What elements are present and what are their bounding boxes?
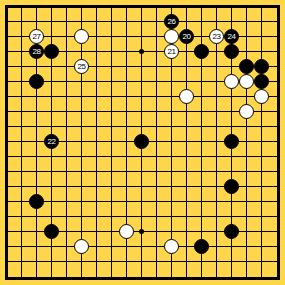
stone-white-C17: 27: [29, 29, 44, 44]
stone-black-M18: 26: [164, 14, 179, 29]
grid-line-horizontal: [6, 246, 279, 247]
stone-white-F3: [74, 239, 89, 254]
stone-white-P17: 23: [209, 29, 224, 44]
stone-black-C14: [29, 74, 44, 89]
go-board[interactable]: 262024282227232125: [0, 0, 285, 285]
stone-black-N17: 20: [179, 29, 194, 44]
stone-white-F17: [74, 29, 89, 44]
stone-white-J4: [119, 224, 134, 239]
stone-black-O16: [194, 44, 209, 59]
grid-line-horizontal: [6, 126, 279, 127]
stone-white-S13: [254, 89, 269, 104]
stone-black-Q10: [224, 134, 239, 149]
grid-line-horizontal: [6, 96, 279, 97]
stone-white-F15: 25: [74, 59, 89, 74]
stone-black-Q4: [224, 224, 239, 239]
stone-black-D16: [44, 44, 59, 59]
grid-line-vertical: [21, 6, 22, 279]
grid-line-vertical: [111, 6, 112, 279]
stone-black-O3: [194, 239, 209, 254]
stone-white-R12: [239, 104, 254, 119]
grid-line-horizontal: [6, 21, 279, 22]
stone-black-S15: [254, 59, 269, 74]
move-number-label: 27: [33, 33, 41, 41]
move-number-label: 28: [33, 48, 41, 56]
move-number-label: 24: [228, 33, 236, 41]
star-point: [139, 229, 144, 234]
stone-white-N13: [179, 89, 194, 104]
stone-white-M17: [164, 29, 179, 44]
move-number-label: 21: [168, 48, 176, 56]
grid-line-horizontal: [6, 156, 279, 157]
stone-white-M16: 21: [164, 44, 179, 59]
move-number-label: 20: [183, 33, 191, 41]
grid-line-horizontal: [6, 171, 279, 172]
grid-line-vertical: [261, 6, 262, 279]
stone-black-Q17: 24: [224, 29, 239, 44]
grid-line-horizontal: [6, 261, 279, 262]
move-number-label: 22: [48, 138, 56, 146]
move-number-label: 25: [78, 63, 86, 71]
grid-line-vertical: [246, 6, 247, 279]
stone-white-R14: [239, 74, 254, 89]
grid-line-vertical: [216, 6, 217, 279]
grid-line-horizontal: [6, 201, 279, 202]
move-number-label: 26: [168, 18, 176, 26]
grid-line-horizontal: [6, 216, 279, 217]
stone-black-K10: [134, 134, 149, 149]
stone-black-C6: [29, 194, 44, 209]
stone-black-D4: [44, 224, 59, 239]
stone-black-Q7: [224, 179, 239, 194]
stone-black-C16: 28: [29, 44, 44, 59]
stone-black-S14: [254, 74, 269, 89]
stone-white-Q14: [224, 74, 239, 89]
grid-line-vertical: [186, 6, 187, 279]
grid-line-vertical: [156, 6, 157, 279]
move-number-label: 23: [213, 33, 221, 41]
grid-line-vertical: [96, 6, 97, 279]
grid-line-vertical: [66, 6, 67, 279]
stone-black-Q16: [224, 44, 239, 59]
stone-black-D10: 22: [44, 134, 59, 149]
stone-black-R15: [239, 59, 254, 74]
star-point: [139, 49, 144, 54]
stone-white-M3: [164, 239, 179, 254]
